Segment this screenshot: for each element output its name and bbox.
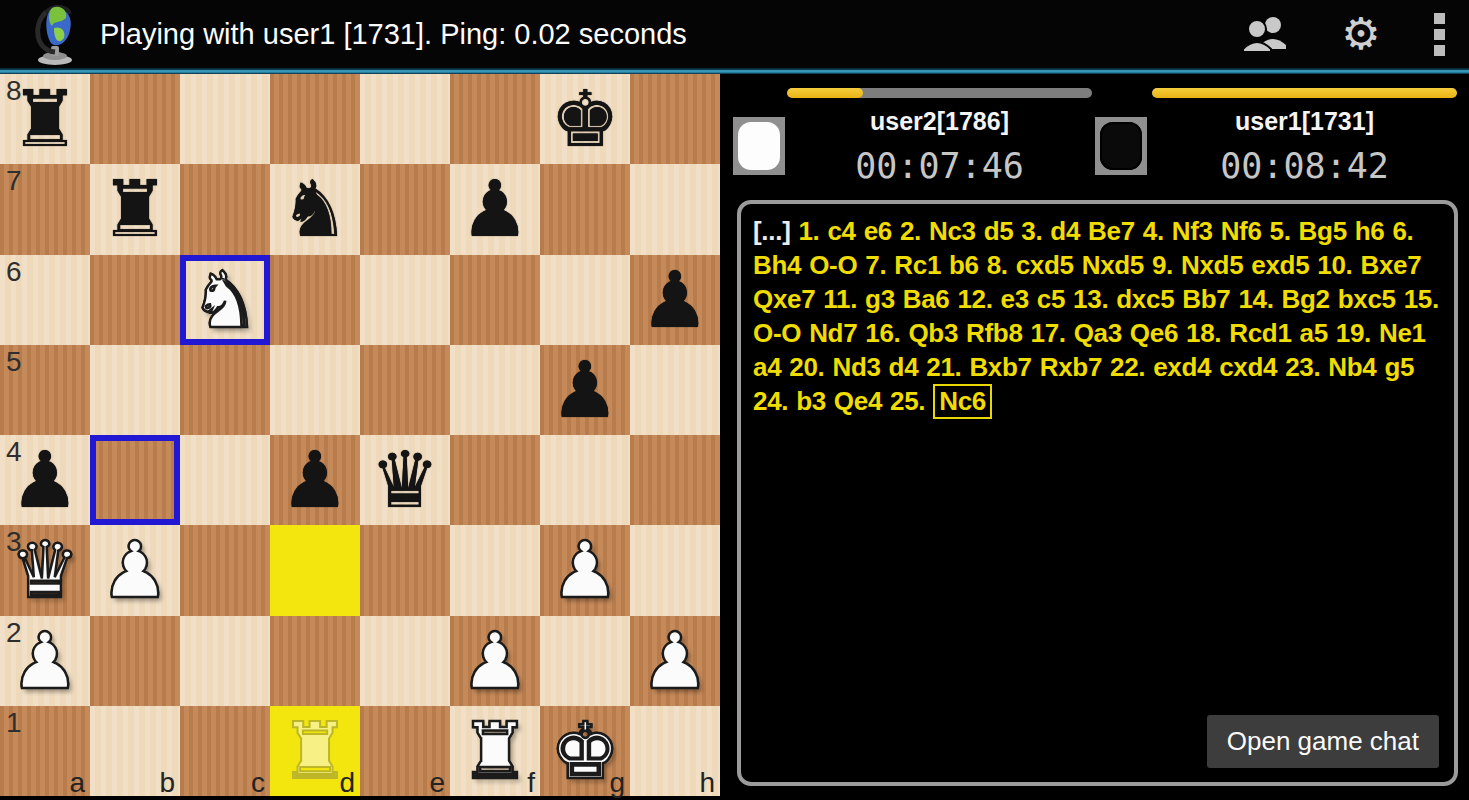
square-e1[interactable]: e [360, 706, 450, 796]
square-a5[interactable]: 5 [0, 345, 90, 435]
square-a8[interactable]: 8♜ [0, 74, 90, 164]
square-b7[interactable]: ♜ [90, 164, 180, 254]
square-d1[interactable]: d♜ [270, 706, 360, 796]
white-pawn[interactable]: ♟ [640, 622, 710, 700]
square-e6[interactable] [360, 255, 450, 345]
black-player-clock: 00:08:42 [1152, 146, 1457, 186]
rank-label-5: 5 [6, 346, 22, 378]
app-logo-icon [24, 2, 86, 66]
current-move[interactable]: Nc6 [933, 384, 992, 419]
black-rook[interactable]: ♜ [100, 170, 170, 248]
open-game-chat-button[interactable]: Open game chat [1207, 715, 1439, 768]
app-screen: Playing with user1 [1731]. Ping: 0.02 se… [0, 0, 1469, 800]
white-knight[interactable]: ♞ [190, 261, 260, 339]
square-f1[interactable]: f♜ [450, 706, 540, 796]
square-h3[interactable] [630, 525, 720, 615]
action-bar: Playing with user1 [1731]. Ping: 0.02 se… [0, 0, 1469, 68]
square-b8[interactable] [90, 74, 180, 164]
settings-button[interactable]: ⚙ [1313, 0, 1409, 68]
chess-board[interactable]: 8♜♚7♜♞♟6♞♟5♟4♟♟♛3♛♟♟2♟♟♟1abcd♜ef♜g♚h [0, 74, 720, 796]
white-pawn[interactable]: ♟ [100, 531, 170, 609]
black-player-icon [1095, 117, 1147, 175]
square-f7[interactable]: ♟ [450, 164, 540, 254]
square-g5[interactable]: ♟ [540, 345, 630, 435]
black-queen[interactable]: ♛ [370, 441, 440, 519]
square-c2[interactable] [180, 616, 270, 706]
square-c4[interactable] [180, 435, 270, 525]
square-d4[interactable]: ♟ [270, 435, 360, 525]
square-h1[interactable]: h [630, 706, 720, 796]
rank-label-3: 3 [6, 526, 22, 558]
square-b4[interactable] [90, 435, 180, 525]
square-b3[interactable]: ♟ [90, 525, 180, 615]
gear-icon: ⚙ [1341, 12, 1380, 56]
square-e7[interactable] [360, 164, 450, 254]
square-a2[interactable]: 2♟ [0, 616, 90, 706]
square-b2[interactable] [90, 616, 180, 706]
square-f3[interactable] [450, 525, 540, 615]
square-f6[interactable] [450, 255, 540, 345]
square-g7[interactable] [540, 164, 630, 254]
square-d5[interactable] [270, 345, 360, 435]
square-e8[interactable] [360, 74, 450, 164]
square-b6[interactable] [90, 255, 180, 345]
square-b5[interactable] [90, 345, 180, 435]
rank-label-7: 7 [6, 165, 22, 197]
rank-label-2: 2 [6, 617, 22, 649]
square-c8[interactable] [180, 74, 270, 164]
file-label-h: h [699, 767, 715, 799]
square-c5[interactable] [180, 345, 270, 435]
history-collapse-marker[interactable]: [...] [753, 216, 791, 246]
square-a7[interactable]: 7 [0, 164, 90, 254]
square-e3[interactable] [360, 525, 450, 615]
square-a3[interactable]: 3♛ [0, 525, 90, 615]
black-pawn[interactable]: ♟ [550, 351, 620, 429]
square-a6[interactable]: 6 [0, 255, 90, 345]
black-time-bar [1152, 88, 1457, 98]
black-knight[interactable]: ♞ [280, 170, 350, 248]
players-button[interactable] [1217, 0, 1313, 68]
square-h4[interactable] [630, 435, 720, 525]
square-d8[interactable] [270, 74, 360, 164]
file-label-f: f [527, 767, 535, 799]
white-pawn[interactable]: ♟ [460, 622, 530, 700]
square-c3[interactable] [180, 525, 270, 615]
square-c6[interactable]: ♞ [180, 255, 270, 345]
square-h2[interactable]: ♟ [630, 616, 720, 706]
black-pawn[interactable]: ♟ [640, 261, 710, 339]
square-d2[interactable] [270, 616, 360, 706]
black-pawn[interactable]: ♟ [460, 170, 530, 248]
white-pawn[interactable]: ♟ [550, 531, 620, 609]
people-icon [1242, 15, 1288, 53]
square-e5[interactable] [360, 345, 450, 435]
square-f5[interactable] [450, 345, 540, 435]
white-player-name: user2[1786] [787, 107, 1092, 136]
square-f8[interactable] [450, 74, 540, 164]
overflow-menu-button[interactable] [1409, 0, 1469, 68]
square-d7[interactable]: ♞ [270, 164, 360, 254]
rank-label-1: 1 [6, 707, 22, 739]
square-h6[interactable]: ♟ [630, 255, 720, 345]
square-f4[interactable] [450, 435, 540, 525]
move-history: 1. c4 e6 2. Nc3 d5 3. d4 Be7 4. Nf3 Nf6 … [753, 216, 1439, 416]
square-c7[interactable] [180, 164, 270, 254]
square-h7[interactable] [630, 164, 720, 254]
black-pawn[interactable]: ♟ [280, 441, 350, 519]
square-e4[interactable]: ♛ [360, 435, 450, 525]
rank-label-4: 4 [6, 436, 22, 468]
rank-label-8: 8 [6, 75, 22, 107]
file-label-d: d [339, 767, 355, 799]
white-rook[interactable]: ♜ [460, 712, 530, 790]
file-label-a: a [69, 767, 85, 799]
file-label-b: b [159, 767, 175, 799]
square-c1[interactable]: c [180, 706, 270, 796]
file-label-g: g [609, 767, 625, 799]
file-label-c: c [251, 767, 265, 799]
black-player-name: user1[1731] [1152, 107, 1457, 136]
square-a1[interactable]: 1a [0, 706, 90, 796]
square-g6[interactable] [540, 255, 630, 345]
window-title: Playing with user1 [1731]. Ping: 0.02 se… [100, 0, 687, 68]
white-player-icon [733, 117, 785, 175]
black-king[interactable]: ♚ [550, 80, 620, 158]
square-b1[interactable]: b [90, 706, 180, 796]
square-g3[interactable]: ♟ [540, 525, 630, 615]
file-label-e: e [429, 767, 445, 799]
square-f2[interactable]: ♟ [450, 616, 540, 706]
square-g2[interactable] [540, 616, 630, 706]
square-e2[interactable] [360, 616, 450, 706]
white-time-bar [787, 88, 1092, 98]
overflow-menu-icon [1434, 13, 1445, 56]
square-g1[interactable]: g♚ [540, 706, 630, 796]
rank-label-6: 6 [6, 256, 22, 288]
square-h5[interactable] [630, 345, 720, 435]
white-player-clock: 00:07:46 [787, 146, 1092, 186]
square-g4[interactable] [540, 435, 630, 525]
square-a4[interactable]: 4♟ [0, 435, 90, 525]
square-d3[interactable] [270, 525, 360, 615]
move-list-panel[interactable]: [...] 1. c4 e6 2. Nc3 d5 3. d4 Be7 4. Nf… [737, 200, 1458, 786]
square-d6[interactable] [270, 255, 360, 345]
square-g8[interactable]: ♚ [540, 74, 630, 164]
game-info-panel: user2[1786] 00:07:46 user1[1731] 00:08:4… [720, 74, 1469, 800]
square-h8[interactable] [630, 74, 720, 164]
move-list: [...] 1. c4 e6 2. Nc3 d5 3. d4 Be7 4. Nf… [753, 214, 1442, 418]
